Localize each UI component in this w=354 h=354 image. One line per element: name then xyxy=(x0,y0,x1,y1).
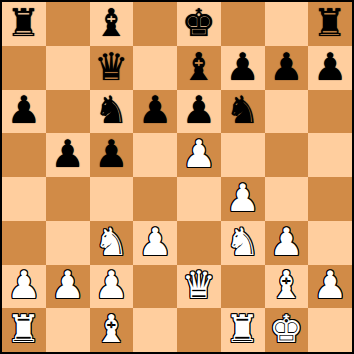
square-e8[interactable]: ♚ xyxy=(177,2,221,46)
square-g5[interactable] xyxy=(265,133,309,177)
square-f8[interactable] xyxy=(221,2,265,46)
square-e1[interactable] xyxy=(177,308,221,352)
square-f5[interactable] xyxy=(221,133,265,177)
square-e5[interactable]: ♟ xyxy=(177,133,221,177)
black-pawn-g7[interactable]: ♟ xyxy=(269,48,303,86)
square-c4[interactable] xyxy=(90,177,134,221)
black-king-e8[interactable]: ♚ xyxy=(182,4,216,42)
white-queen-e2[interactable]: ♛ xyxy=(182,266,216,304)
square-e2[interactable]: ♛ xyxy=(177,265,221,309)
black-knight-c6[interactable]: ♞ xyxy=(94,91,128,129)
white-rook-f1[interactable]: ♜ xyxy=(226,310,260,348)
square-d5[interactable] xyxy=(133,133,177,177)
square-b7[interactable] xyxy=(46,46,90,90)
chess-board-frame: ♜♝♚♜♛♝♟♟♟♟♞♟♟♞♟♟♟♟♞♟♞♟♟♟♟♛♝♟♜♝♜♚ xyxy=(0,0,354,354)
square-b8[interactable] xyxy=(46,2,90,46)
square-h3[interactable] xyxy=(308,221,352,265)
white-pawn-g3[interactable]: ♟ xyxy=(269,223,303,261)
square-c5[interactable]: ♟ xyxy=(90,133,134,177)
square-f7[interactable]: ♟ xyxy=(221,46,265,90)
square-c1[interactable]: ♝ xyxy=(90,308,134,352)
square-e6[interactable]: ♟ xyxy=(177,90,221,134)
square-b4[interactable] xyxy=(46,177,90,221)
square-a4[interactable] xyxy=(2,177,46,221)
square-g2[interactable]: ♝ xyxy=(265,265,309,309)
square-d8[interactable] xyxy=(133,2,177,46)
black-bishop-c8[interactable]: ♝ xyxy=(94,4,128,42)
square-c7[interactable]: ♛ xyxy=(90,46,134,90)
white-pawn-c2[interactable]: ♟ xyxy=(94,266,128,304)
square-f2[interactable] xyxy=(221,265,265,309)
black-rook-a8[interactable]: ♜ xyxy=(7,4,41,42)
black-queen-c7[interactable]: ♛ xyxy=(94,48,128,86)
square-b5[interactable]: ♟ xyxy=(46,133,90,177)
square-a7[interactable] xyxy=(2,46,46,90)
square-g7[interactable]: ♟ xyxy=(265,46,309,90)
black-pawn-b5[interactable]: ♟ xyxy=(51,135,85,173)
square-d1[interactable] xyxy=(133,308,177,352)
square-c2[interactable]: ♟ xyxy=(90,265,134,309)
square-h2[interactable]: ♟ xyxy=(308,265,352,309)
white-pawn-a2[interactable]: ♟ xyxy=(7,266,41,304)
square-d3[interactable]: ♟ xyxy=(133,221,177,265)
black-pawn-f7[interactable]: ♟ xyxy=(226,48,260,86)
white-knight-f3[interactable]: ♞ xyxy=(226,223,260,261)
black-knight-f6[interactable]: ♞ xyxy=(226,91,260,129)
square-d7[interactable] xyxy=(133,46,177,90)
white-pawn-e5[interactable]: ♟ xyxy=(182,135,216,173)
square-f6[interactable]: ♞ xyxy=(221,90,265,134)
square-h5[interactable] xyxy=(308,133,352,177)
square-f3[interactable]: ♞ xyxy=(221,221,265,265)
square-h6[interactable] xyxy=(308,90,352,134)
black-pawn-d6[interactable]: ♟ xyxy=(138,91,172,129)
white-pawn-b2[interactable]: ♟ xyxy=(51,266,85,304)
square-h7[interactable]: ♟ xyxy=(308,46,352,90)
square-c3[interactable]: ♞ xyxy=(90,221,134,265)
square-b3[interactable] xyxy=(46,221,90,265)
square-g8[interactable] xyxy=(265,2,309,46)
square-a5[interactable] xyxy=(2,133,46,177)
square-f4[interactable]: ♟ xyxy=(221,177,265,221)
white-pawn-h2[interactable]: ♟ xyxy=(313,266,347,304)
square-a1[interactable]: ♜ xyxy=(2,308,46,352)
square-g3[interactable]: ♟ xyxy=(265,221,309,265)
square-h1[interactable] xyxy=(308,308,352,352)
square-a6[interactable]: ♟ xyxy=(2,90,46,134)
white-bishop-g2[interactable]: ♝ xyxy=(269,266,303,304)
white-bishop-c1[interactable]: ♝ xyxy=(94,310,128,348)
black-pawn-c5[interactable]: ♟ xyxy=(94,135,128,173)
square-e4[interactable] xyxy=(177,177,221,221)
black-pawn-h7[interactable]: ♟ xyxy=(313,48,347,86)
square-a3[interactable] xyxy=(2,221,46,265)
square-f1[interactable]: ♜ xyxy=(221,308,265,352)
black-bishop-e7[interactable]: ♝ xyxy=(182,48,216,86)
square-d2[interactable] xyxy=(133,265,177,309)
white-knight-c3[interactable]: ♞ xyxy=(94,223,128,261)
square-e3[interactable] xyxy=(177,221,221,265)
square-c8[interactable]: ♝ xyxy=(90,2,134,46)
square-a8[interactable]: ♜ xyxy=(2,2,46,46)
black-pawn-a6[interactable]: ♟ xyxy=(7,91,41,129)
black-pawn-e6[interactable]: ♟ xyxy=(182,91,216,129)
square-c6[interactable]: ♞ xyxy=(90,90,134,134)
white-pawn-f4[interactable]: ♟ xyxy=(226,179,260,217)
square-g6[interactable] xyxy=(265,90,309,134)
white-pawn-d3[interactable]: ♟ xyxy=(138,223,172,261)
square-h4[interactable] xyxy=(308,177,352,221)
square-g1[interactable]: ♚ xyxy=(265,308,309,352)
square-e7[interactable]: ♝ xyxy=(177,46,221,90)
square-d4[interactable] xyxy=(133,177,177,221)
square-b2[interactable]: ♟ xyxy=(46,265,90,309)
square-a2[interactable]: ♟ xyxy=(2,265,46,309)
square-b1[interactable] xyxy=(46,308,90,352)
square-b6[interactable] xyxy=(46,90,90,134)
square-g4[interactable] xyxy=(265,177,309,221)
white-rook-a1[interactable]: ♜ xyxy=(7,310,41,348)
white-king-g1[interactable]: ♚ xyxy=(269,310,303,348)
chess-board: ♜♝♚♜♛♝♟♟♟♟♞♟♟♞♟♟♟♟♞♟♞♟♟♟♟♛♝♟♜♝♜♚ xyxy=(2,2,352,352)
square-d6[interactable]: ♟ xyxy=(133,90,177,134)
square-h8[interactable]: ♜ xyxy=(308,2,352,46)
black-rook-h8[interactable]: ♜ xyxy=(313,4,347,42)
